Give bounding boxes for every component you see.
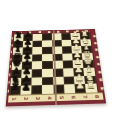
coordinate-tile: c	[38, 31, 41, 33]
coordinate-tile: c	[95, 49, 98, 51]
coordinate-tile: d	[48, 31, 51, 33]
square: ♜	[9, 86, 21, 95]
coordinate-tile: b	[94, 42, 97, 44]
rank-label: 6	[71, 95, 76, 98]
square	[31, 85, 42, 94]
square	[31, 77, 42, 86]
square: ♜	[85, 84, 97, 93]
folding-chess-board: abcdefgh abcdefgh abcdefgh ♜♟♟♜♞♟♟♞♝♟♟♝♛…	[6, 29, 106, 106]
rank-label: 1	[12, 97, 17, 100]
coordinate-tile: h	[85, 30, 88, 32]
coordinate-tile: g	[99, 78, 102, 80]
rank-label: 8	[94, 95, 99, 98]
product-photo-background: abcdefgh abcdefgh abcdefgh ♜♟♟♜♞♟♟♞♝♟♟♝♛…	[0, 0, 116, 116]
coordinate-tile: a	[93, 35, 96, 37]
coordinate-tile: f	[98, 71, 101, 73]
square	[64, 84, 75, 93]
coordinate-tile: g	[76, 30, 79, 32]
rank-label: 3	[36, 96, 41, 99]
rank-label: 4	[47, 96, 52, 99]
coordinate-tile: h	[100, 87, 103, 89]
coordinate-tile: e	[57, 31, 60, 33]
chess-board-perspective-wrap: abcdefgh abcdefgh abcdefgh ♜♟♟♜♞♟♟♞♝♟♟♝♛…	[6, 29, 106, 104]
square: ♟	[20, 86, 31, 95]
rank-label: 5	[59, 96, 64, 99]
rank-label: 2	[24, 97, 29, 100]
coordinate-tile: d	[96, 56, 99, 58]
square	[42, 85, 53, 94]
square	[63, 76, 74, 85]
coordinate-tile: b	[29, 32, 32, 34]
coordinate-tile: f	[66, 31, 69, 33]
rank-label: 7	[83, 95, 88, 98]
coordinate-tile: e	[97, 63, 100, 65]
coordinate-tile: a	[20, 32, 23, 34]
